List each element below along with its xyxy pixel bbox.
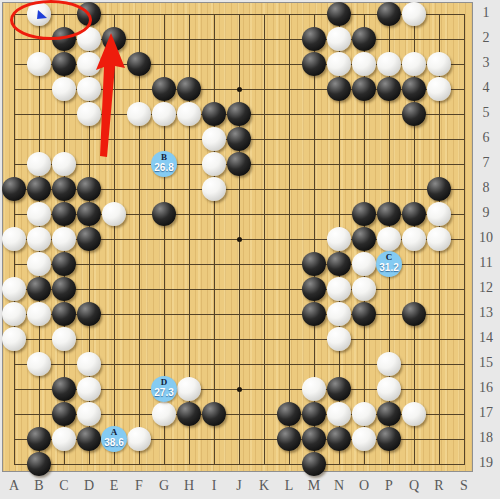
coord-label-row-2: 2 bbox=[474, 30, 498, 46]
white-stone-C10 bbox=[52, 227, 76, 251]
black-stone-M17 bbox=[302, 402, 326, 426]
black-stone-C11 bbox=[52, 252, 76, 276]
suggestion-letter: C bbox=[376, 253, 402, 262]
black-stone-C13 bbox=[52, 302, 76, 326]
white-stone-Q1 bbox=[402, 2, 426, 26]
grid-line-horizontal bbox=[14, 289, 465, 290]
black-stone-B12 bbox=[27, 277, 51, 301]
black-stone-M12 bbox=[302, 277, 326, 301]
white-stone-N17 bbox=[327, 402, 351, 426]
white-stone-B10 bbox=[27, 227, 51, 251]
coord-label-row-16: 16 bbox=[474, 380, 498, 396]
grid-line-vertical bbox=[464, 14, 465, 465]
grid-line-horizontal bbox=[14, 464, 465, 465]
white-stone-B7 bbox=[27, 152, 51, 176]
coord-label-row-12: 12 bbox=[474, 280, 498, 296]
white-stone-A12 bbox=[2, 277, 26, 301]
coord-label-col-E: E bbox=[104, 478, 124, 494]
black-stone-B18 bbox=[27, 427, 51, 451]
black-stone-C9 bbox=[52, 202, 76, 226]
white-stone-B9 bbox=[27, 202, 51, 226]
white-stone-G17 bbox=[152, 402, 176, 426]
black-stone-P9 bbox=[377, 202, 401, 226]
white-stone-P16 bbox=[377, 377, 401, 401]
white-stone-M16 bbox=[302, 377, 326, 401]
white-stone-D3 bbox=[77, 52, 101, 76]
white-stone-A10 bbox=[2, 227, 26, 251]
coord-label-col-S: S bbox=[454, 478, 474, 494]
coord-label-col-M: M bbox=[304, 478, 324, 494]
coord-label-col-G: G bbox=[154, 478, 174, 494]
black-stone-Q13 bbox=[402, 302, 426, 326]
white-stone-C7 bbox=[52, 152, 76, 176]
black-stone-M2 bbox=[302, 27, 326, 51]
white-stone-P10 bbox=[377, 227, 401, 251]
black-stone-J5 bbox=[227, 102, 251, 126]
white-stone-B15 bbox=[27, 352, 51, 376]
coord-label-row-11: 11 bbox=[474, 255, 498, 271]
black-stone-G4 bbox=[152, 77, 176, 101]
white-stone-F5 bbox=[127, 102, 151, 126]
white-stone-D17 bbox=[77, 402, 101, 426]
coord-label-row-4: 4 bbox=[474, 80, 498, 96]
white-stone-F18 bbox=[127, 427, 151, 451]
black-stone-L17 bbox=[277, 402, 301, 426]
white-stone-R10 bbox=[427, 227, 451, 251]
coord-label-col-C: C bbox=[54, 478, 74, 494]
white-stone-O17 bbox=[352, 402, 376, 426]
white-stone-N10 bbox=[327, 227, 351, 251]
suggestion-letter: B bbox=[151, 153, 177, 162]
coord-label-row-14: 14 bbox=[474, 330, 498, 346]
coord-label-row-1: 1 bbox=[474, 5, 498, 21]
black-stone-O10 bbox=[352, 227, 376, 251]
star-point bbox=[237, 87, 242, 92]
black-stone-O2 bbox=[352, 27, 376, 51]
white-stone-C14 bbox=[52, 327, 76, 351]
white-stone-D4 bbox=[77, 77, 101, 101]
suggestion-winrate: 26.8 bbox=[151, 162, 177, 174]
black-stone-N18 bbox=[327, 427, 351, 451]
grid-line-vertical bbox=[289, 14, 290, 465]
black-stone-A8 bbox=[2, 177, 26, 201]
white-stone-B13 bbox=[27, 302, 51, 326]
black-stone-R8 bbox=[427, 177, 451, 201]
black-stone-M18 bbox=[302, 427, 326, 451]
black-stone-O13 bbox=[352, 302, 376, 326]
black-stone-M13 bbox=[302, 302, 326, 326]
suggestion-letter: A bbox=[101, 428, 127, 437]
white-stone-C18 bbox=[52, 427, 76, 451]
black-stone-P4 bbox=[377, 77, 401, 101]
black-stone-Q4 bbox=[402, 77, 426, 101]
white-stone-Q10 bbox=[402, 227, 426, 251]
black-stone-L18 bbox=[277, 427, 301, 451]
red-ellipse-annotation bbox=[10, 0, 92, 40]
black-stone-P1 bbox=[377, 2, 401, 26]
black-stone-B19 bbox=[27, 452, 51, 476]
white-stone-D16 bbox=[77, 377, 101, 401]
coord-label-row-13: 13 bbox=[474, 305, 498, 321]
black-stone-O4 bbox=[352, 77, 376, 101]
black-stone-M3 bbox=[302, 52, 326, 76]
coord-label-row-8: 8 bbox=[474, 180, 498, 196]
black-stone-C17 bbox=[52, 402, 76, 426]
white-stone-N13 bbox=[327, 302, 351, 326]
white-stone-I8 bbox=[202, 177, 226, 201]
white-stone-B11 bbox=[27, 252, 51, 276]
black-stone-J7 bbox=[227, 152, 251, 176]
black-stone-C3 bbox=[52, 52, 76, 76]
white-stone-D15 bbox=[77, 352, 101, 376]
coord-label-row-19: 19 bbox=[474, 455, 498, 471]
black-stone-I17 bbox=[202, 402, 226, 426]
black-stone-D9 bbox=[77, 202, 101, 226]
coord-label-col-J: J bbox=[229, 478, 249, 494]
white-stone-C4 bbox=[52, 77, 76, 101]
black-stone-I5 bbox=[202, 102, 226, 126]
coord-label-col-A: A bbox=[4, 478, 24, 494]
white-stone-P3 bbox=[377, 52, 401, 76]
suggestion-C[interactable]: C31.2 bbox=[376, 251, 402, 277]
black-stone-P18 bbox=[377, 427, 401, 451]
black-stone-N4 bbox=[327, 77, 351, 101]
suggestion-B[interactable]: B26.8 bbox=[151, 151, 177, 177]
black-stone-H4 bbox=[177, 77, 201, 101]
white-stone-I7 bbox=[202, 152, 226, 176]
white-stone-Q17 bbox=[402, 402, 426, 426]
black-stone-P17 bbox=[377, 402, 401, 426]
grid-line-vertical bbox=[264, 14, 265, 465]
coord-label-row-10: 10 bbox=[474, 230, 498, 246]
black-stone-N1 bbox=[327, 2, 351, 26]
black-stone-F3 bbox=[127, 52, 151, 76]
black-stone-E2 bbox=[102, 27, 126, 51]
suggestion-A[interactable]: A38.6 bbox=[101, 426, 127, 452]
coord-label-row-3: 3 bbox=[474, 55, 498, 71]
coord-label-col-P: P bbox=[379, 478, 399, 494]
white-stone-E9 bbox=[102, 202, 126, 226]
black-stone-C16 bbox=[52, 377, 76, 401]
black-stone-D13 bbox=[77, 302, 101, 326]
white-stone-I6 bbox=[202, 127, 226, 151]
coord-label-col-H: H bbox=[179, 478, 199, 494]
black-stone-M11 bbox=[302, 252, 326, 276]
black-stone-Q5 bbox=[402, 102, 426, 126]
white-stone-N2 bbox=[327, 27, 351, 51]
suggestion-winrate: 31.2 bbox=[376, 262, 402, 274]
coord-label-row-15: 15 bbox=[474, 355, 498, 371]
white-stone-R9 bbox=[427, 202, 451, 226]
coord-label-row-7: 7 bbox=[474, 155, 498, 171]
white-stone-G5 bbox=[152, 102, 176, 126]
coord-label-row-18: 18 bbox=[474, 430, 498, 446]
black-stone-B8 bbox=[27, 177, 51, 201]
white-stone-A14 bbox=[2, 327, 26, 351]
suggestion-winrate: 27.3 bbox=[151, 387, 177, 399]
white-stone-O11 bbox=[352, 252, 376, 276]
black-stone-D18 bbox=[77, 427, 101, 451]
black-stone-D10 bbox=[77, 227, 101, 251]
white-stone-A13 bbox=[2, 302, 26, 326]
black-stone-O9 bbox=[352, 202, 376, 226]
coord-label-row-6: 6 bbox=[474, 130, 498, 146]
white-stone-O3 bbox=[352, 52, 376, 76]
grid-line-horizontal bbox=[14, 339, 465, 340]
coord-label-col-I: I bbox=[204, 478, 224, 494]
coord-label-col-D: D bbox=[79, 478, 99, 494]
white-stone-O18 bbox=[352, 427, 376, 451]
white-stone-B3 bbox=[27, 52, 51, 76]
coord-label-col-O: O bbox=[354, 478, 374, 494]
white-stone-D5 bbox=[77, 102, 101, 126]
suggestion-winrate: 38.6 bbox=[101, 437, 127, 449]
black-stone-Q9 bbox=[402, 202, 426, 226]
suggestion-D[interactable]: D27.3 bbox=[151, 376, 177, 402]
star-point bbox=[237, 237, 242, 242]
coord-label-col-N: N bbox=[329, 478, 349, 494]
coord-label-row-9: 9 bbox=[474, 205, 498, 221]
black-stone-M19 bbox=[302, 452, 326, 476]
white-stone-R4 bbox=[427, 77, 451, 101]
go-board-page: A38.6B26.8C31.2D27.3ABCDEFGHIJKLMNOPQRS1… bbox=[0, 0, 500, 499]
black-stone-H17 bbox=[177, 402, 201, 426]
black-stone-C12 bbox=[52, 277, 76, 301]
black-stone-D8 bbox=[77, 177, 101, 201]
black-stone-N11 bbox=[327, 252, 351, 276]
coord-label-col-Q: Q bbox=[404, 478, 424, 494]
black-stone-C8 bbox=[52, 177, 76, 201]
white-stone-Q3 bbox=[402, 52, 426, 76]
suggestion-letter: D bbox=[151, 378, 177, 387]
white-stone-N12 bbox=[327, 277, 351, 301]
star-point bbox=[237, 387, 242, 392]
white-stone-O12 bbox=[352, 277, 376, 301]
coord-label-col-F: F bbox=[129, 478, 149, 494]
white-stone-H16 bbox=[177, 377, 201, 401]
coord-label-col-R: R bbox=[429, 478, 449, 494]
coord-label-col-L: L bbox=[279, 478, 299, 494]
coord-label-row-17: 17 bbox=[474, 405, 498, 421]
black-stone-G9 bbox=[152, 202, 176, 226]
white-stone-N14 bbox=[327, 327, 351, 351]
coord-label-col-B: B bbox=[29, 478, 49, 494]
coord-label-col-K: K bbox=[254, 478, 274, 494]
black-stone-N16 bbox=[327, 377, 351, 401]
white-stone-N3 bbox=[327, 52, 351, 76]
white-stone-H5 bbox=[177, 102, 201, 126]
white-stone-R3 bbox=[427, 52, 451, 76]
coord-label-row-5: 5 bbox=[474, 105, 498, 121]
black-stone-J6 bbox=[227, 127, 251, 151]
white-stone-P15 bbox=[377, 352, 401, 376]
